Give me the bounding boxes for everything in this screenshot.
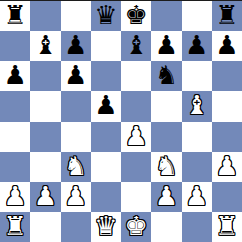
square-d2[interactable] [91,182,121,212]
square-h6[interactable] [212,61,242,91]
white-rook-piece[interactable]: ♜ [3,213,26,239]
square-c4[interactable] [61,122,91,152]
square-a6[interactable]: ♟ [0,61,30,91]
square-c6[interactable]: ♟ [61,61,91,91]
white-pawn-piece[interactable]: ♟ [34,183,57,209]
white-pawn-piece[interactable]: ♟ [3,183,26,209]
white-knight-piece[interactable]: ♞ [64,153,87,179]
square-e4[interactable]: ♟ [121,122,151,152]
square-f4[interactable] [151,122,181,152]
black-rook-piece[interactable]: ♜ [3,2,26,28]
square-d4[interactable] [91,122,121,152]
square-a7[interactable] [0,31,30,61]
square-d7[interactable] [91,31,121,61]
square-e8[interactable]: ♚ [121,1,151,31]
square-c2[interactable]: ♟ [61,182,91,212]
square-b4[interactable] [30,122,60,152]
square-f1[interactable] [151,212,181,242]
square-b8[interactable] [30,1,60,31]
square-g2[interactable]: ♟ [182,182,212,212]
black-king-piece[interactable]: ♚ [124,2,147,28]
square-f2[interactable]: ♟ [151,182,181,212]
square-g4[interactable] [182,122,212,152]
white-pawn-piece[interactable]: ♟ [155,183,178,209]
square-f3[interactable]: ♞ [151,152,181,182]
square-d6[interactable] [91,61,121,91]
square-h8[interactable]: ♜ [212,1,242,31]
square-b2[interactable]: ♟ [30,182,60,212]
black-pawn-piece[interactable]: ♟ [64,32,87,58]
square-c5[interactable] [61,91,91,121]
square-e6[interactable] [121,61,151,91]
square-g7[interactable]: ♟ [182,31,212,61]
square-g6[interactable] [182,61,212,91]
square-c1[interactable] [61,212,91,242]
white-king-piece[interactable]: ♚ [124,213,147,239]
square-f8[interactable] [151,1,181,31]
square-a5[interactable] [0,91,30,121]
white-queen-piece[interactable]: ♛ [94,213,117,239]
square-b5[interactable] [30,91,60,121]
white-rook-piece[interactable]: ♜ [215,213,238,239]
square-c3[interactable]: ♞ [61,152,91,182]
square-c8[interactable] [61,1,91,31]
black-pawn-piece[interactable]: ♟ [215,32,238,58]
square-e7[interactable]: ♝ [121,31,151,61]
square-d1[interactable]: ♛ [91,212,121,242]
square-f5[interactable] [151,91,181,121]
square-d5[interactable]: ♟ [91,91,121,121]
black-bishop-piece[interactable]: ♝ [124,32,147,58]
square-a2[interactable]: ♟ [0,182,30,212]
black-bishop-piece[interactable]: ♝ [34,32,57,58]
square-c7[interactable]: ♟ [61,31,91,61]
square-d8[interactable]: ♛ [91,1,121,31]
black-pawn-piece[interactable]: ♟ [3,62,26,88]
white-pawn-piece[interactable]: ♟ [64,183,87,209]
black-pawn-piece[interactable]: ♟ [64,62,87,88]
square-g8[interactable] [182,1,212,31]
square-h7[interactable]: ♟ [212,31,242,61]
square-b7[interactable]: ♝ [30,31,60,61]
black-queen-piece[interactable]: ♛ [94,2,117,28]
square-g5[interactable]: ♝ [182,91,212,121]
white-pawn-piece[interactable]: ♟ [185,183,208,209]
square-g3[interactable] [182,152,212,182]
square-f6[interactable]: ♞ [151,61,181,91]
black-rook-piece[interactable]: ♜ [215,2,238,28]
black-pawn-piece[interactable]: ♟ [155,32,178,58]
square-h5[interactable] [212,91,242,121]
white-knight-piece[interactable]: ♞ [155,153,178,179]
white-pawn-piece[interactable]: ♟ [215,153,238,179]
square-e2[interactable] [121,182,151,212]
square-g1[interactable] [182,212,212,242]
square-b1[interactable] [30,212,60,242]
white-pawn-piece[interactable]: ♟ [124,123,147,149]
black-knight-piece[interactable]: ♞ [155,62,178,88]
square-d3[interactable] [91,152,121,182]
square-a3[interactable] [0,152,30,182]
square-h1[interactable]: ♜ [212,212,242,242]
white-bishop-piece[interactable]: ♝ [185,92,208,118]
square-a8[interactable]: ♜ [0,1,30,31]
square-e1[interactable]: ♚ [121,212,151,242]
square-h3[interactable]: ♟ [212,152,242,182]
square-a4[interactable] [0,122,30,152]
square-e5[interactable] [121,91,151,121]
square-b6[interactable] [30,61,60,91]
square-h2[interactable] [212,182,242,212]
chess-board: ♜♛♚♜♝♟♝♟♟♟♟♟♞♟♝♟♞♞♟♟♟♟♟♟♜♛♚♜ [0,0,242,242]
square-a1[interactable]: ♜ [0,212,30,242]
black-pawn-piece[interactable]: ♟ [94,92,117,118]
square-h4[interactable] [212,122,242,152]
square-e3[interactable] [121,152,151,182]
square-f7[interactable]: ♟ [151,31,181,61]
black-pawn-piece[interactable]: ♟ [185,32,208,58]
square-b3[interactable] [30,152,60,182]
